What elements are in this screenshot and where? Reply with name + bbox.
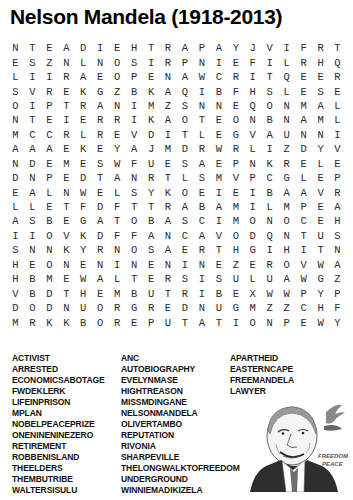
grid-cell[interactable]: N: [58, 301, 75, 315]
grid-cell[interactable]: N: [109, 99, 126, 113]
grid-cell[interactable]: L: [109, 272, 126, 286]
grid-cell[interactable]: T: [177, 315, 194, 329]
grid-cell[interactable]: E: [143, 272, 160, 286]
grid-cell[interactable]: C: [295, 301, 312, 315]
grid-cell[interactable]: N: [24, 171, 41, 185]
grid-cell[interactable]: C: [177, 229, 194, 243]
grid-cell[interactable]: M: [227, 200, 244, 214]
grid-cell[interactable]: D: [75, 41, 92, 55]
grid-cell[interactable]: M: [7, 315, 24, 329]
grid-cell[interactable]: I: [24, 70, 41, 84]
grid-cell[interactable]: D: [24, 157, 41, 171]
grid-cell[interactable]: E: [227, 185, 244, 199]
grid-cell[interactable]: N: [160, 70, 177, 84]
grid-cell[interactable]: L: [7, 70, 24, 84]
grid-cell[interactable]: A: [278, 185, 295, 199]
grid-cell[interactable]: A: [109, 171, 126, 185]
grid-cell[interactable]: R: [177, 286, 194, 300]
grid-cell[interactable]: O: [278, 214, 295, 228]
grid-cell[interactable]: I: [177, 258, 194, 272]
grid-cell[interactable]: V: [126, 128, 143, 142]
grid-cell[interactable]: D: [41, 301, 58, 315]
grid-cell[interactable]: A: [210, 200, 227, 214]
grid-cell[interactable]: H: [7, 272, 24, 286]
grid-cell[interactable]: D: [177, 301, 194, 315]
grid-cell[interactable]: N: [278, 229, 295, 243]
grid-cell[interactable]: E: [210, 258, 227, 272]
grid-cell[interactable]: R: [261, 258, 278, 272]
grid-cell[interactable]: I: [244, 200, 261, 214]
grid-cell[interactable]: E: [92, 142, 109, 156]
grid-cell[interactable]: E: [24, 258, 41, 272]
grid-cell[interactable]: R: [329, 185, 346, 199]
grid-cell[interactable]: T: [160, 171, 177, 185]
grid-cell[interactable]: A: [143, 229, 160, 243]
grid-cell[interactable]: K: [75, 84, 92, 98]
grid-cell[interactable]: P: [193, 41, 210, 55]
grid-cell[interactable]: W: [278, 286, 295, 300]
grid-cell[interactable]: I: [210, 214, 227, 228]
grid-cell[interactable]: E: [295, 84, 312, 98]
grid-cell[interactable]: M: [244, 301, 261, 315]
grid-cell[interactable]: A: [160, 243, 177, 257]
grid-cell[interactable]: E: [295, 70, 312, 84]
grid-cell[interactable]: T: [143, 41, 160, 55]
grid-cell[interactable]: K: [58, 243, 75, 257]
grid-cell[interactable]: V: [7, 286, 24, 300]
grid-cell[interactable]: E: [210, 113, 227, 127]
grid-cell[interactable]: S: [24, 55, 41, 69]
grid-cell[interactable]: D: [7, 301, 24, 315]
grid-cell[interactable]: N: [92, 258, 109, 272]
grid-cell[interactable]: G: [312, 272, 329, 286]
grid-cell[interactable]: C: [193, 214, 210, 228]
grid-cell[interactable]: A: [160, 113, 177, 127]
grid-cell[interactable]: R: [143, 171, 160, 185]
grid-cell[interactable]: O: [109, 55, 126, 69]
grid-cell[interactable]: K: [41, 315, 58, 329]
grid-cell[interactable]: M: [295, 99, 312, 113]
grid-cell[interactable]: Z: [329, 272, 346, 286]
grid-cell[interactable]: H: [244, 84, 261, 98]
grid-cell[interactable]: L: [75, 128, 92, 142]
grid-cell[interactable]: T: [295, 229, 312, 243]
grid-cell[interactable]: K: [143, 84, 160, 98]
grid-cell[interactable]: H: [227, 243, 244, 257]
grid-cell[interactable]: H: [312, 301, 329, 315]
grid-cell[interactable]: A: [295, 185, 312, 199]
grid-cell[interactable]: E: [92, 185, 109, 199]
grid-cell[interactable]: R: [160, 200, 177, 214]
grid-cell[interactable]: Y: [109, 142, 126, 156]
grid-cell[interactable]: F: [329, 301, 346, 315]
grid-cell[interactable]: W: [75, 185, 92, 199]
grid-cell[interactable]: N: [210, 99, 227, 113]
grid-cell[interactable]: E: [227, 286, 244, 300]
grid-cell[interactable]: N: [160, 229, 177, 243]
grid-cell[interactable]: O: [227, 229, 244, 243]
grid-cell[interactable]: S: [177, 214, 194, 228]
grid-cell[interactable]: G: [92, 84, 109, 98]
grid-cell[interactable]: E: [75, 157, 92, 171]
grid-cell[interactable]: S: [312, 84, 329, 98]
grid-cell[interactable]: R: [295, 55, 312, 69]
grid-cell[interactable]: A: [24, 142, 41, 156]
grid-cell[interactable]: V: [210, 229, 227, 243]
grid-cell[interactable]: I: [41, 70, 58, 84]
grid-cell[interactable]: D: [295, 142, 312, 156]
grid-cell[interactable]: N: [24, 243, 41, 257]
grid-cell[interactable]: B: [261, 113, 278, 127]
grid-cell[interactable]: N: [244, 113, 261, 127]
grid-cell[interactable]: N: [7, 41, 24, 55]
grid-cell[interactable]: N: [193, 301, 210, 315]
grid-cell[interactable]: O: [92, 315, 109, 329]
grid-cell[interactable]: N: [126, 258, 143, 272]
grid-cell[interactable]: I: [160, 128, 177, 142]
grid-cell[interactable]: V: [58, 229, 75, 243]
grid-cell[interactable]: B: [24, 272, 41, 286]
grid-cell[interactable]: E: [58, 142, 75, 156]
grid-cell[interactable]: Y: [227, 41, 244, 55]
grid-cell[interactable]: Z: [261, 301, 278, 315]
grid-cell[interactable]: C: [295, 214, 312, 228]
grid-cell[interactable]: O: [24, 301, 41, 315]
grid-cell[interactable]: T: [177, 128, 194, 142]
grid-cell[interactable]: T: [312, 243, 329, 257]
grid-cell[interactable]: P: [278, 315, 295, 329]
grid-cell[interactable]: B: [24, 286, 41, 300]
grid-cell[interactable]: N: [109, 243, 126, 257]
grid-cell[interactable]: Y: [312, 142, 329, 156]
grid-cell[interactable]: A: [193, 157, 210, 171]
grid-cell[interactable]: P: [126, 70, 143, 84]
grid-cell[interactable]: A: [126, 142, 143, 156]
grid-cell[interactable]: V: [24, 84, 41, 98]
grid-cell[interactable]: H: [329, 214, 346, 228]
grid-cell[interactable]: T: [210, 243, 227, 257]
grid-cell[interactable]: T: [109, 214, 126, 228]
grid-cell[interactable]: E: [92, 70, 109, 84]
grid-cell[interactable]: Z: [278, 301, 295, 315]
grid-cell[interactable]: R: [109, 315, 126, 329]
grid-cell[interactable]: I: [126, 113, 143, 127]
grid-cell[interactable]: B: [143, 214, 160, 228]
grid-cell[interactable]: M: [7, 128, 24, 142]
grid-cell[interactable]: U: [261, 272, 278, 286]
grid-cell[interactable]: L: [329, 99, 346, 113]
grid-cell[interactable]: A: [160, 214, 177, 228]
grid-cell[interactable]: T: [193, 113, 210, 127]
grid-cell[interactable]: I: [143, 55, 160, 69]
grid-cell[interactable]: B: [126, 286, 143, 300]
grid-cell[interactable]: R: [329, 70, 346, 84]
grid-cell[interactable]: L: [261, 200, 278, 214]
grid-cell[interactable]: O: [261, 99, 278, 113]
grid-cell[interactable]: E: [210, 157, 227, 171]
grid-cell[interactable]: U: [75, 301, 92, 315]
grid-cell[interactable]: Y: [329, 315, 346, 329]
grid-cell[interactable]: T: [24, 41, 41, 55]
grid-cell[interactable]: D: [7, 171, 24, 185]
grid-cell[interactable]: N: [329, 243, 346, 257]
grid-cell[interactable]: L: [41, 185, 58, 199]
grid-cell[interactable]: R: [92, 128, 109, 142]
grid-cell[interactable]: E: [75, 258, 92, 272]
grid-cell[interactable]: E: [227, 55, 244, 69]
grid-cell[interactable]: H: [126, 41, 143, 55]
grid-cell[interactable]: N: [312, 128, 329, 142]
grid-cell[interactable]: W: [109, 157, 126, 171]
grid-cell[interactable]: R: [193, 142, 210, 156]
grid-cell[interactable]: O: [278, 258, 295, 272]
grid-cell[interactable]: I: [58, 113, 75, 127]
grid-cell[interactable]: I: [210, 55, 227, 69]
grid-cell[interactable]: S: [261, 84, 278, 98]
grid-cell[interactable]: E: [143, 258, 160, 272]
grid-cell[interactable]: L: [244, 272, 261, 286]
grid-cell[interactable]: R: [160, 55, 177, 69]
grid-cell[interactable]: E: [58, 272, 75, 286]
grid-cell[interactable]: K: [58, 315, 75, 329]
grid-cell[interactable]: A: [177, 200, 194, 214]
grid-cell[interactable]: L: [24, 200, 41, 214]
grid-cell[interactable]: J: [244, 41, 261, 55]
grid-cell[interactable]: L: [295, 171, 312, 185]
grid-cell[interactable]: M: [312, 113, 329, 127]
grid-cell[interactable]: D: [92, 229, 109, 243]
grid-cell[interactable]: R: [24, 315, 41, 329]
grid-cell[interactable]: S: [24, 214, 41, 228]
grid-cell[interactable]: T: [143, 200, 160, 214]
grid-cell[interactable]: O: [177, 113, 194, 127]
grid-cell[interactable]: F: [295, 41, 312, 55]
grid-cell[interactable]: A: [92, 99, 109, 113]
grid-cell[interactable]: W: [295, 272, 312, 286]
grid-cell[interactable]: F: [75, 200, 92, 214]
grid-cell[interactable]: A: [261, 128, 278, 142]
grid-cell[interactable]: E: [109, 128, 126, 142]
grid-cell[interactable]: Q: [177, 84, 194, 98]
grid-cell[interactable]: Q: [261, 229, 278, 243]
grid-cell[interactable]: D: [41, 286, 58, 300]
grid-cell[interactable]: B: [210, 84, 227, 98]
grid-cell[interactable]: H: [75, 286, 92, 300]
grid-cell[interactable]: U: [312, 229, 329, 243]
grid-cell[interactable]: N: [244, 157, 261, 171]
grid-cell[interactable]: I: [24, 229, 41, 243]
grid-cell[interactable]: R: [75, 99, 92, 113]
grid-cell[interactable]: M: [143, 99, 160, 113]
grid-cell[interactable]: B: [75, 315, 92, 329]
grid-cell[interactable]: V: [312, 185, 329, 199]
grid-cell[interactable]: E: [160, 157, 177, 171]
grid-cell[interactable]: D: [244, 229, 261, 243]
grid-cell[interactable]: B: [261, 185, 278, 199]
grid-cell[interactable]: W: [261, 286, 278, 300]
grid-cell[interactable]: O: [244, 315, 261, 329]
grid-cell[interactable]: E: [41, 200, 58, 214]
grid-cell[interactable]: K: [143, 113, 160, 127]
grid-cell[interactable]: G: [227, 128, 244, 142]
grid-cell[interactable]: N: [58, 55, 75, 69]
grid-cell[interactable]: M: [210, 171, 227, 185]
grid-cell[interactable]: O: [177, 185, 194, 199]
grid-cell[interactable]: L: [244, 142, 261, 156]
grid-cell[interactable]: E: [75, 113, 92, 127]
grid-cell[interactable]: R: [193, 243, 210, 257]
grid-cell[interactable]: G: [126, 301, 143, 315]
grid-cell[interactable]: S: [177, 99, 194, 113]
grid-cell[interactable]: O: [41, 229, 58, 243]
grid-cell[interactable]: M: [160, 142, 177, 156]
grid-cell[interactable]: E: [160, 301, 177, 315]
grid-cell[interactable]: I: [329, 128, 346, 142]
grid-cell[interactable]: N: [261, 214, 278, 228]
grid-cell[interactable]: O: [92, 301, 109, 315]
grid-cell[interactable]: R: [227, 70, 244, 84]
grid-cell[interactable]: C: [210, 70, 227, 84]
grid-cell[interactable]: P: [143, 315, 160, 329]
grid-cell[interactable]: I: [278, 41, 295, 55]
grid-cell[interactable]: N: [278, 113, 295, 127]
grid-cell[interactable]: S: [7, 84, 24, 98]
grid-cell[interactable]: B: [41, 214, 58, 228]
grid-cell[interactable]: L: [312, 157, 329, 171]
grid-cell[interactable]: Q: [244, 99, 261, 113]
grid-cell[interactable]: Z: [109, 84, 126, 98]
grid-cell[interactable]: R: [278, 157, 295, 171]
grid-cell[interactable]: T: [160, 286, 177, 300]
grid-cell[interactable]: N: [278, 99, 295, 113]
grid-cell[interactable]: G: [244, 243, 261, 257]
grid-cell[interactable]: P: [329, 171, 346, 185]
grid-cell[interactable]: E: [92, 286, 109, 300]
grid-cell[interactable]: U: [143, 286, 160, 300]
grid-cell[interactable]: S: [193, 171, 210, 185]
grid-cell[interactable]: O: [126, 214, 143, 228]
grid-cell[interactable]: P: [244, 171, 261, 185]
grid-cell[interactable]: Z: [41, 55, 58, 69]
grid-cell[interactable]: I: [210, 185, 227, 199]
grid-cell[interactable]: A: [7, 214, 24, 228]
grid-cell[interactable]: M: [109, 286, 126, 300]
grid-cell[interactable]: A: [75, 70, 92, 84]
grid-cell[interactable]: J: [143, 142, 160, 156]
grid-cell[interactable]: M: [227, 214, 244, 228]
grid-cell[interactable]: M: [41, 272, 58, 286]
grid-cell[interactable]: I: [7, 229, 24, 243]
grid-cell[interactable]: E: [329, 157, 346, 171]
grid-cell[interactable]: V: [227, 171, 244, 185]
grid-cell[interactable]: K: [261, 157, 278, 171]
grid-cell[interactable]: I: [193, 84, 210, 98]
grid-cell[interactable]: W: [312, 258, 329, 272]
grid-cell[interactable]: S: [143, 243, 160, 257]
grid-cell[interactable]: N: [160, 258, 177, 272]
grid-cell[interactable]: U: [160, 315, 177, 329]
grid-cell[interactable]: R: [109, 301, 126, 315]
grid-cell[interactable]: E: [329, 84, 346, 98]
grid-cell[interactable]: T: [261, 70, 278, 84]
grid-cell[interactable]: L: [278, 55, 295, 69]
grid-cell[interactable]: P: [177, 55, 194, 69]
grid-cell[interactable]: E: [58, 171, 75, 185]
grid-cell[interactable]: Q: [278, 70, 295, 84]
grid-cell[interactable]: N: [7, 157, 24, 171]
grid-cell[interactable]: O: [244, 214, 261, 228]
grid-cell[interactable]: A: [160, 84, 177, 98]
grid-cell[interactable]: R: [58, 128, 75, 142]
grid-cell[interactable]: L: [193, 128, 210, 142]
grid-cell[interactable]: I: [261, 142, 278, 156]
grid-cell[interactable]: I: [261, 55, 278, 69]
grid-cell[interactable]: A: [92, 272, 109, 286]
grid-cell[interactable]: E: [41, 113, 58, 127]
grid-cell[interactable]: T: [92, 171, 109, 185]
grid-cell[interactable]: Z: [160, 99, 177, 113]
grid-cell[interactable]: N: [193, 99, 210, 113]
grid-cell[interactable]: N: [7, 113, 24, 127]
grid-cell[interactable]: S: [177, 157, 194, 171]
grid-cell[interactable]: E: [7, 185, 24, 199]
grid-cell[interactable]: Z: [227, 258, 244, 272]
grid-cell[interactable]: K: [75, 142, 92, 156]
grid-cell[interactable]: W: [210, 142, 227, 156]
grid-cell[interactable]: P: [41, 99, 58, 113]
grid-cell[interactable]: U: [143, 157, 160, 171]
grid-cell[interactable]: G: [278, 171, 295, 185]
grid-cell[interactable]: N: [41, 243, 58, 257]
grid-cell[interactable]: A: [295, 113, 312, 127]
grid-cell[interactable]: N: [261, 315, 278, 329]
grid-cell[interactable]: L: [7, 200, 24, 214]
grid-cell[interactable]: U: [227, 272, 244, 286]
grid-cell[interactable]: C: [24, 128, 41, 142]
grid-cell[interactable]: L: [177, 171, 194, 185]
grid-cell[interactable]: I: [244, 70, 261, 84]
grid-cell[interactable]: A: [7, 142, 24, 156]
grid-cell[interactable]: R: [92, 113, 109, 127]
grid-cell[interactable]: G: [227, 301, 244, 315]
grid-cell[interactable]: N: [193, 258, 210, 272]
grid-cell[interactable]: I: [261, 243, 278, 257]
grid-cell[interactable]: E: [58, 84, 75, 98]
grid-cell[interactable]: T: [126, 200, 143, 214]
grid-cell[interactable]: B: [193, 200, 210, 214]
grid-cell[interactable]: H: [312, 55, 329, 69]
grid-cell[interactable]: A: [312, 99, 329, 113]
grid-cell[interactable]: I: [92, 41, 109, 55]
grid-cell[interactable]: E: [143, 70, 160, 84]
grid-cell[interactable]: E: [312, 214, 329, 228]
grid-cell[interactable]: K: [160, 185, 177, 199]
grid-cell[interactable]: T: [329, 41, 346, 55]
grid-cell[interactable]: Y: [143, 185, 160, 199]
grid-cell[interactable]: E: [312, 171, 329, 185]
grid-cell[interactable]: I: [109, 258, 126, 272]
grid-cell[interactable]: L: [278, 84, 295, 98]
grid-cell[interactable]: T: [24, 113, 41, 127]
grid-cell[interactable]: V: [261, 41, 278, 55]
grid-cell[interactable]: Z: [278, 142, 295, 156]
grid-cell[interactable]: D: [143, 128, 160, 142]
grid-cell[interactable]: F: [109, 229, 126, 243]
grid-cell[interactable]: P: [227, 157, 244, 171]
grid-cell[interactable]: N: [92, 55, 109, 69]
grid-cell[interactable]: B: [210, 286, 227, 300]
grid-cell[interactable]: E: [7, 55, 24, 69]
